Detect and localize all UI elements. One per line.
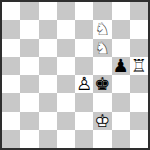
square-g1[interactable] bbox=[112, 130, 130, 148]
square-b8[interactable] bbox=[20, 2, 38, 20]
square-f7[interactable]: ♞♘ bbox=[93, 20, 111, 38]
square-h6[interactable] bbox=[130, 39, 148, 57]
square-c5[interactable] bbox=[39, 57, 57, 75]
square-d3[interactable] bbox=[57, 93, 75, 111]
square-b3[interactable] bbox=[20, 93, 38, 111]
black-king-f4[interactable]: ♚ bbox=[94, 75, 110, 93]
square-d6[interactable] bbox=[57, 39, 75, 57]
square-h4[interactable] bbox=[130, 75, 148, 93]
square-g6[interactable] bbox=[112, 39, 130, 57]
white-knight-f7[interactable]: ♞♘ bbox=[94, 20, 110, 38]
square-d1[interactable] bbox=[57, 130, 75, 148]
square-a8[interactable] bbox=[2, 2, 20, 20]
square-c6[interactable] bbox=[39, 39, 57, 57]
square-a1[interactable] bbox=[2, 130, 20, 148]
square-e1[interactable] bbox=[75, 130, 93, 148]
king-icon: ♔ bbox=[94, 112, 110, 130]
white-rook-h5[interactable]: ♜♖ bbox=[131, 57, 147, 75]
square-c4[interactable] bbox=[39, 75, 57, 93]
square-g5[interactable]: ♟ bbox=[112, 57, 130, 75]
square-f6[interactable]: ♞♘ bbox=[93, 39, 111, 57]
square-h5[interactable]: ♜♖ bbox=[130, 57, 148, 75]
rook-icon: ♖ bbox=[131, 57, 147, 75]
square-d4[interactable] bbox=[57, 75, 75, 93]
square-h7[interactable] bbox=[130, 20, 148, 38]
square-d7[interactable] bbox=[57, 20, 75, 38]
square-h1[interactable] bbox=[130, 130, 148, 148]
square-c8[interactable] bbox=[39, 2, 57, 20]
pawn-icon: ♙ bbox=[76, 75, 92, 93]
square-g7[interactable] bbox=[112, 20, 130, 38]
white-pawn-e4[interactable]: ♟♙ bbox=[76, 75, 92, 93]
black-pawn-g5[interactable]: ♟ bbox=[113, 57, 129, 75]
square-g8[interactable] bbox=[112, 2, 130, 20]
square-d8[interactable] bbox=[57, 2, 75, 20]
square-a6[interactable] bbox=[2, 39, 20, 57]
square-e3[interactable] bbox=[75, 93, 93, 111]
square-f1[interactable] bbox=[93, 130, 111, 148]
square-e7[interactable] bbox=[75, 20, 93, 38]
square-e6[interactable] bbox=[75, 39, 93, 57]
square-e8[interactable] bbox=[75, 2, 93, 20]
square-d5[interactable] bbox=[57, 57, 75, 75]
square-g4[interactable] bbox=[112, 75, 130, 93]
square-b6[interactable] bbox=[20, 39, 38, 57]
square-f4[interactable]: ♚ bbox=[93, 75, 111, 93]
square-h8[interactable] bbox=[130, 2, 148, 20]
square-d2[interactable] bbox=[57, 112, 75, 130]
square-h3[interactable] bbox=[130, 93, 148, 111]
square-b7[interactable] bbox=[20, 20, 38, 38]
square-a2[interactable] bbox=[2, 112, 20, 130]
square-e2[interactable] bbox=[75, 112, 93, 130]
square-a5[interactable] bbox=[2, 57, 20, 75]
square-g2[interactable] bbox=[112, 112, 130, 130]
square-f2[interactable]: ♚♔ bbox=[93, 112, 111, 130]
knight-icon: ♘ bbox=[94, 39, 110, 57]
square-b2[interactable] bbox=[20, 112, 38, 130]
square-h2[interactable] bbox=[130, 112, 148, 130]
white-knight-f6[interactable]: ♞♘ bbox=[94, 39, 110, 57]
square-c2[interactable] bbox=[39, 112, 57, 130]
pawn-icon: ♟ bbox=[113, 57, 129, 75]
square-e4[interactable]: ♟♙ bbox=[75, 75, 93, 93]
square-a7[interactable] bbox=[2, 20, 20, 38]
square-g3[interactable] bbox=[112, 93, 130, 111]
chessboard: ♞♘♞♘♟♜♖♟♙♚♚♔ bbox=[0, 0, 150, 150]
square-f3[interactable] bbox=[93, 93, 111, 111]
square-a3[interactable] bbox=[2, 93, 20, 111]
square-b4[interactable] bbox=[20, 75, 38, 93]
square-c7[interactable] bbox=[39, 20, 57, 38]
square-c3[interactable] bbox=[39, 93, 57, 111]
square-c1[interactable] bbox=[39, 130, 57, 148]
white-king-f2[interactable]: ♚♔ bbox=[94, 112, 110, 130]
square-b5[interactable] bbox=[20, 57, 38, 75]
square-a4[interactable] bbox=[2, 75, 20, 93]
king-icon: ♚ bbox=[94, 75, 110, 93]
square-b1[interactable] bbox=[20, 130, 38, 148]
knight-icon: ♘ bbox=[94, 20, 110, 38]
